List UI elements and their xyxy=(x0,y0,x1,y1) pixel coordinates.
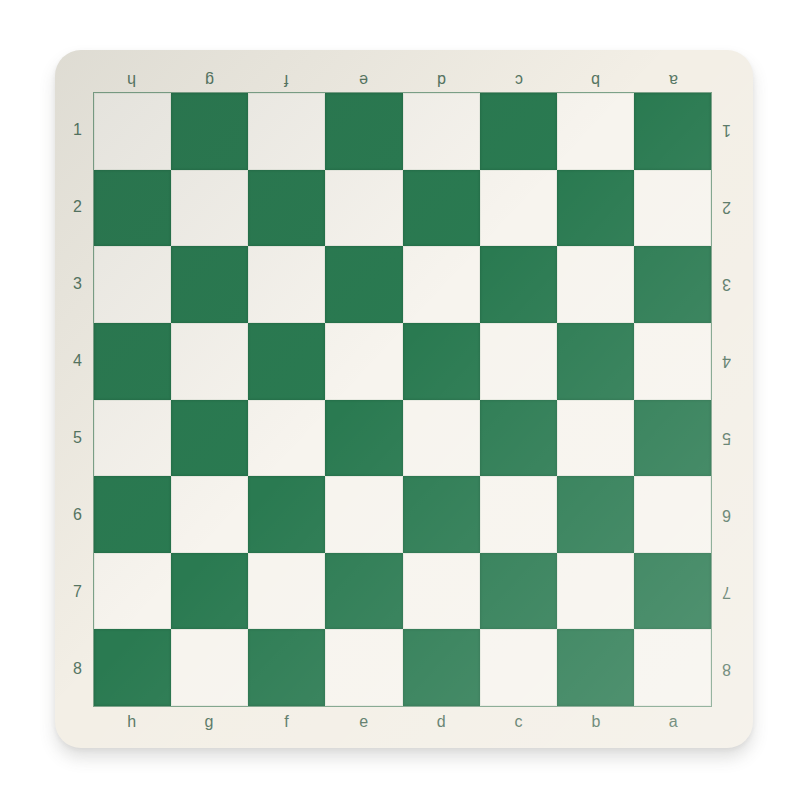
square-d7[interactable] xyxy=(403,553,480,630)
square-g4[interactable] xyxy=(171,323,248,400)
rank-label-text: 2 xyxy=(722,198,731,216)
square-g5[interactable] xyxy=(171,400,248,477)
file-label-c: c xyxy=(480,66,557,94)
file-label-text: g xyxy=(205,713,214,731)
square-b2[interactable] xyxy=(557,170,634,247)
file-label-d: d xyxy=(403,708,480,736)
square-h3[interactable] xyxy=(94,246,171,323)
square-c1[interactable] xyxy=(480,93,557,170)
rank-label-5: 5 xyxy=(713,400,753,477)
file-label-f: f xyxy=(248,708,325,736)
file-label-a: a xyxy=(635,66,712,94)
square-d1[interactable] xyxy=(403,93,480,170)
rank-label-text: 7 xyxy=(722,583,731,601)
square-f3[interactable] xyxy=(248,246,325,323)
file-label-b: b xyxy=(557,66,634,94)
square-g2[interactable] xyxy=(171,170,248,247)
rank-label-text: 7 xyxy=(73,583,82,601)
file-label-text: a xyxy=(669,713,678,731)
square-h5[interactable] xyxy=(94,400,171,477)
square-g1[interactable] xyxy=(171,93,248,170)
chessboard: hgfedcba 12345678 12345678 hgfedcba xyxy=(55,50,753,748)
square-d3[interactable] xyxy=(403,246,480,323)
square-f7[interactable] xyxy=(248,553,325,630)
file-label-text: h xyxy=(127,713,136,731)
file-label-text: c xyxy=(515,713,523,731)
square-d2[interactable] xyxy=(403,170,480,247)
rank-label-4: 4 xyxy=(55,323,91,400)
file-label-text: d xyxy=(437,71,446,89)
square-g6[interactable] xyxy=(171,476,248,553)
square-e8[interactable] xyxy=(325,629,402,706)
rank-label-6: 6 xyxy=(55,476,91,553)
square-e5[interactable] xyxy=(325,400,402,477)
file-label-text: e xyxy=(359,713,368,731)
square-c8[interactable] xyxy=(480,629,557,706)
square-d8[interactable] xyxy=(403,629,480,706)
file-label-c: c xyxy=(480,708,557,736)
rank-label-8: 8 xyxy=(713,630,753,707)
square-b3[interactable] xyxy=(557,246,634,323)
rank-label-text: 6 xyxy=(73,506,82,524)
square-f5[interactable] xyxy=(248,400,325,477)
file-label-text: h xyxy=(127,71,136,89)
rank-label-5: 5 xyxy=(55,400,91,477)
square-h2[interactable] xyxy=(94,170,171,247)
square-c6[interactable] xyxy=(480,476,557,553)
rank-label-6: 6 xyxy=(713,476,753,553)
square-c7[interactable] xyxy=(480,553,557,630)
file-label-g: g xyxy=(170,708,247,736)
rank-label-4: 4 xyxy=(713,323,753,400)
square-a4[interactable] xyxy=(634,323,711,400)
square-h7[interactable] xyxy=(94,553,171,630)
square-b6[interactable] xyxy=(557,476,634,553)
square-d4[interactable] xyxy=(403,323,480,400)
rank-label-text: 8 xyxy=(722,660,731,678)
file-label-h: h xyxy=(93,708,170,736)
rank-label-text: 3 xyxy=(722,275,731,293)
rank-label-1: 1 xyxy=(55,92,91,169)
file-label-text: d xyxy=(437,713,446,731)
square-e4[interactable] xyxy=(325,323,402,400)
file-label-text: g xyxy=(205,71,214,89)
file-label-e: e xyxy=(325,708,402,736)
square-d5[interactable] xyxy=(403,400,480,477)
square-a7[interactable] xyxy=(634,553,711,630)
square-b7[interactable] xyxy=(557,553,634,630)
square-b8[interactable] xyxy=(557,629,634,706)
square-b5[interactable] xyxy=(557,400,634,477)
square-b1[interactable] xyxy=(557,93,634,170)
file-label-text: b xyxy=(591,713,600,731)
file-label-d: d xyxy=(403,66,480,94)
rank-label-text: 4 xyxy=(722,352,731,370)
rank-label-text: 1 xyxy=(73,121,82,139)
square-a3[interactable] xyxy=(634,246,711,323)
rank-label-text: 6 xyxy=(722,506,731,524)
file-label-f: f xyxy=(248,66,325,94)
square-a5[interactable] xyxy=(634,400,711,477)
square-c4[interactable] xyxy=(480,323,557,400)
rank-label-text: 8 xyxy=(73,660,82,678)
rank-label-3: 3 xyxy=(713,246,753,323)
rank-label-2: 2 xyxy=(55,169,91,246)
file-label-h: h xyxy=(93,66,170,94)
square-f1[interactable] xyxy=(248,93,325,170)
rank-labels-right: 12345678 xyxy=(713,92,753,707)
square-a8[interactable] xyxy=(634,629,711,706)
square-f2[interactable] xyxy=(248,170,325,247)
rank-label-7: 7 xyxy=(55,553,91,630)
square-c3[interactable] xyxy=(480,246,557,323)
rank-label-1: 1 xyxy=(713,92,753,169)
file-label-text: f xyxy=(284,713,288,731)
square-e2[interactable] xyxy=(325,170,402,247)
rank-label-8: 8 xyxy=(55,630,91,707)
file-label-a: a xyxy=(635,708,712,736)
board-grid xyxy=(93,92,712,707)
square-a2[interactable] xyxy=(634,170,711,247)
rank-label-text: 1 xyxy=(722,121,731,139)
file-label-g: g xyxy=(170,66,247,94)
file-label-text: b xyxy=(591,71,600,89)
square-g7[interactable] xyxy=(171,553,248,630)
square-e7[interactable] xyxy=(325,553,402,630)
square-h1[interactable] xyxy=(94,93,171,170)
rank-label-text: 5 xyxy=(73,429,82,447)
file-label-e: e xyxy=(325,66,402,94)
file-label-text: f xyxy=(284,71,288,89)
square-h6[interactable] xyxy=(94,476,171,553)
square-h8[interactable] xyxy=(94,629,171,706)
file-label-text: c xyxy=(515,71,523,89)
square-c5[interactable] xyxy=(480,400,557,477)
square-g3[interactable] xyxy=(171,246,248,323)
square-f8[interactable] xyxy=(248,629,325,706)
rank-label-text: 5 xyxy=(722,429,731,447)
rank-label-text: 2 xyxy=(73,198,82,216)
file-labels-top: hgfedcba xyxy=(93,66,712,94)
rank-label-text: 3 xyxy=(73,275,82,293)
rank-label-text: 4 xyxy=(73,352,82,370)
square-b4[interactable] xyxy=(557,323,634,400)
file-label-text: e xyxy=(359,71,368,89)
rank-label-2: 2 xyxy=(713,169,753,246)
square-e1[interactable] xyxy=(325,93,402,170)
square-g8[interactable] xyxy=(171,629,248,706)
rank-label-3: 3 xyxy=(55,246,91,323)
file-label-text: a xyxy=(669,71,678,89)
square-h4[interactable] xyxy=(94,323,171,400)
file-label-b: b xyxy=(557,708,634,736)
square-f6[interactable] xyxy=(248,476,325,553)
square-e3[interactable] xyxy=(325,246,402,323)
rank-label-7: 7 xyxy=(713,553,753,630)
square-c2[interactable] xyxy=(480,170,557,247)
square-f4[interactable] xyxy=(248,323,325,400)
rank-labels-left: 12345678 xyxy=(55,92,91,707)
square-a6[interactable] xyxy=(634,476,711,553)
file-labels-bottom: hgfedcba xyxy=(93,708,712,736)
square-d6[interactable] xyxy=(403,476,480,553)
square-e6[interactable] xyxy=(325,476,402,553)
square-a1[interactable] xyxy=(634,93,711,170)
